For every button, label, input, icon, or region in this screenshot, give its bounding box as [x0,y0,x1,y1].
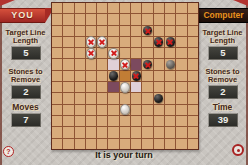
board-cell[interactable] [108,14,118,24]
board-cell[interactable] [176,3,186,13]
board-cell-highlight-pale[interactable] [108,59,118,69]
you-target-line-value: 5 [11,46,41,60]
board-cell[interactable] [63,26,73,36]
board-cell[interactable] [63,59,73,69]
board-cell[interactable] [142,116,152,126]
black-stone-marked[interactable] [143,60,152,69]
board-cell[interactable] [165,14,175,24]
board-cell[interactable] [176,82,186,92]
you-stones-label-2: Remove [0,76,51,84]
board-cell[interactable] [154,116,164,126]
board-cell[interactable] [52,82,62,92]
board-cell[interactable] [97,48,107,58]
board-cell[interactable] [63,14,73,24]
board-cell[interactable] [108,48,118,58]
you-moves-value: 7 [11,113,41,127]
board-cell[interactable] [86,59,96,69]
board-cell[interactable] [63,127,73,137]
board-cell-highlight-pale[interactable] [131,82,141,92]
board-cell[interactable] [154,139,164,149]
white-stone[interactable] [120,82,130,93]
board-cell[interactable] [165,3,175,13]
board-cell[interactable] [97,26,107,36]
board-cell[interactable] [188,139,198,149]
board-cell[interactable] [165,116,175,126]
board-cell[interactable] [120,127,130,137]
help-icon[interactable]: ? [3,146,14,157]
board-cell[interactable] [120,105,130,115]
board-cell[interactable] [108,127,118,137]
gray-stone[interactable] [166,60,175,69]
board-cell[interactable] [188,48,198,58]
board-cell[interactable] [131,26,141,36]
board-cell[interactable] [52,26,62,36]
board-cell[interactable] [131,105,141,115]
ring-icon-button[interactable] [232,144,244,156]
board-cell[interactable] [108,3,118,13]
board-cell-highlight-purple[interactable] [131,59,141,69]
board-cell[interactable] [97,14,107,24]
board-cell[interactable] [165,59,175,69]
board-cell[interactable] [75,82,85,92]
board-cell[interactable] [142,105,152,115]
board-cell[interactable] [165,105,175,115]
board-cell[interactable] [188,105,198,115]
board-cell[interactable] [165,82,175,92]
board-cell[interactable] [108,71,118,81]
board-cell[interactable] [86,139,96,149]
board-cell[interactable] [75,37,85,47]
computer-banner: Computer [199,8,248,23]
board-cell[interactable] [97,93,107,103]
board-cell[interactable] [188,127,198,137]
board-cell[interactable] [188,71,198,81]
board-cell[interactable] [63,82,73,92]
you-moves-label: Moves [0,104,51,112]
board-cell[interactable] [176,116,186,126]
board-cell[interactable] [188,116,198,126]
board-cell[interactable] [154,82,164,92]
board-cell[interactable] [108,116,118,126]
board-cell[interactable] [86,82,96,92]
board-cell[interactable] [120,48,130,58]
board-cell[interactable] [154,14,164,24]
board-cell[interactable] [52,93,62,103]
game-screen: YOU Computer Target Line Length 5 Stones… [0,0,248,165]
board-cell[interactable] [52,116,62,126]
board-cell[interactable] [120,26,130,36]
black-stone-marked[interactable] [154,37,163,46]
board-cell[interactable] [52,48,62,58]
board-cell[interactable] [176,48,186,58]
black-stone[interactable] [154,94,163,103]
board-cell[interactable] [188,3,198,13]
board-cell[interactable] [188,14,198,24]
computer-stones-label-2: Remove [197,76,248,84]
board-cell[interactable] [63,116,73,126]
board-cell[interactable] [75,59,85,69]
board-cell[interactable] [86,14,96,24]
board-cell[interactable] [131,116,141,126]
board-cell[interactable] [52,139,62,149]
computer-target-line-value: 5 [208,46,238,60]
board-cell[interactable] [165,37,175,47]
board-cell[interactable] [86,116,96,126]
board-cell[interactable] [86,26,96,36]
board-cell[interactable] [86,71,96,81]
board-cell[interactable] [75,93,85,103]
turn-status-text: It is your turn [0,150,248,160]
board-cell[interactable] [86,48,96,58]
board-cell[interactable] [154,3,164,13]
board-cell[interactable] [165,71,175,81]
board-cell[interactable] [131,71,141,81]
board-cell[interactable] [120,82,130,92]
computer-time-value: 39 [208,113,238,127]
board-cell[interactable] [176,37,186,47]
white-stone-marked[interactable] [120,59,130,70]
board-cell[interactable] [120,37,130,47]
board-cell[interactable] [176,59,186,69]
computer-target-line-label-2: Length [197,37,248,45]
board-cell[interactable] [97,139,107,149]
board-cell[interactable] [188,37,198,47]
board-cell[interactable] [131,48,141,58]
black-stone[interactable] [109,71,118,80]
board-cell[interactable] [75,48,85,58]
board-cell[interactable] [154,127,164,137]
board-cell[interactable] [63,139,73,149]
board-cell[interactable] [108,105,118,115]
white-stone-marked[interactable] [97,36,107,47]
board-cell[interactable] [63,48,73,58]
white-stone-marked[interactable] [86,36,96,47]
board-cell[interactable] [131,37,141,47]
board-cell[interactable] [176,139,186,149]
black-stone-marked[interactable] [143,26,152,35]
board-cell[interactable] [165,26,175,36]
board-cell[interactable] [154,37,164,47]
board-cell[interactable] [188,82,198,92]
board-cell-highlight-purple[interactable] [108,82,118,92]
board-cell[interactable] [75,127,85,137]
computer-time-label: Time [197,104,248,112]
board-cell[interactable] [142,82,152,92]
board-cell[interactable] [176,93,186,103]
board-cell[interactable] [120,93,130,103]
board-cell[interactable] [176,14,186,24]
board-cell[interactable] [52,105,62,115]
white-stone-marked[interactable] [108,48,118,59]
board-cell[interactable] [142,127,152,137]
board-cell[interactable] [63,105,73,115]
board-cell[interactable] [131,14,141,24]
board-cell[interactable] [75,3,85,13]
board-cell[interactable] [154,59,164,69]
board-cell[interactable] [52,3,62,13]
board-cell[interactable] [97,82,107,92]
board-cell[interactable] [86,105,96,115]
board-cell[interactable] [52,37,62,47]
board-cell[interactable] [131,93,141,103]
board-cell[interactable] [86,93,96,103]
board-cell[interactable] [120,3,130,13]
board-cell[interactable] [52,14,62,24]
board-cell[interactable] [63,37,73,47]
board-cell[interactable] [154,26,164,36]
board-cell[interactable] [176,105,186,115]
board-cell[interactable] [63,93,73,103]
you-stones-value: 2 [11,85,41,99]
black-stone-marked[interactable] [132,71,141,80]
board-cell[interactable] [131,3,141,13]
board-cell[interactable] [165,139,175,149]
board-cell[interactable] [142,26,152,36]
computer-stones-value: 2 [208,85,238,99]
black-stone-marked[interactable] [166,37,175,46]
board-cell[interactable] [131,139,141,149]
board-cell[interactable] [131,127,141,137]
board-cell[interactable] [97,105,107,115]
board-cell[interactable] [154,105,164,115]
board-cell[interactable] [165,93,175,103]
board-cell[interactable] [165,127,175,137]
board-cell[interactable] [63,3,73,13]
board-cell[interactable] [120,14,130,24]
board-cell[interactable] [97,3,107,13]
board-cell[interactable] [142,14,152,24]
board-cell[interactable] [97,59,107,69]
board-cell[interactable] [142,93,152,103]
board-cell[interactable] [154,48,164,58]
board-cell[interactable] [188,59,198,69]
game-board[interactable] [51,2,199,150]
board-cell[interactable] [142,71,152,81]
board-cell[interactable] [97,116,107,126]
corner-decoration-right [233,0,248,6]
board-cell[interactable] [108,37,118,47]
board-cell[interactable] [97,71,107,81]
white-stone-marked[interactable] [86,48,96,59]
board-cell[interactable] [52,71,62,81]
board-cell[interactable] [142,37,152,47]
board-cell[interactable] [75,71,85,81]
board-cell[interactable] [176,26,186,36]
board-cell[interactable] [86,37,96,47]
board-cell[interactable] [176,71,186,81]
board-cell[interactable] [188,26,198,36]
board-cell[interactable] [142,139,152,149]
board-cell[interactable] [165,48,175,58]
board-cell[interactable] [52,127,62,137]
white-stone[interactable] [120,104,130,115]
board-cell[interactable] [97,37,107,47]
you-target-line-label-2: Length [0,37,51,45]
board-cell[interactable] [108,93,118,103]
board-cell[interactable] [75,105,85,115]
board-cell[interactable] [154,93,164,103]
board-cell[interactable] [142,48,152,58]
board-cell[interactable] [75,139,85,149]
board-cell[interactable] [75,14,85,24]
board-cell[interactable] [75,26,85,36]
board-cell[interactable] [120,139,130,149]
board-cell[interactable] [108,139,118,149]
board-cell[interactable] [120,116,130,126]
board-cell[interactable] [63,71,73,81]
board-cell[interactable] [176,127,186,137]
corner-decoration-left [0,0,15,6]
board-cell[interactable] [75,116,85,126]
board-cell[interactable] [154,71,164,81]
board-cell[interactable] [142,59,152,69]
board-cell[interactable] [120,59,130,69]
board-cell[interactable] [142,3,152,13]
you-banner: YOU [0,8,45,23]
board-cell[interactable] [86,127,96,137]
board-cell[interactable] [52,59,62,69]
board-cell[interactable] [108,26,118,36]
board-cell-highlight-orange[interactable] [120,71,130,81]
board-cell[interactable] [188,93,198,103]
board-cell[interactable] [86,3,96,13]
board-cell[interactable] [97,127,107,137]
